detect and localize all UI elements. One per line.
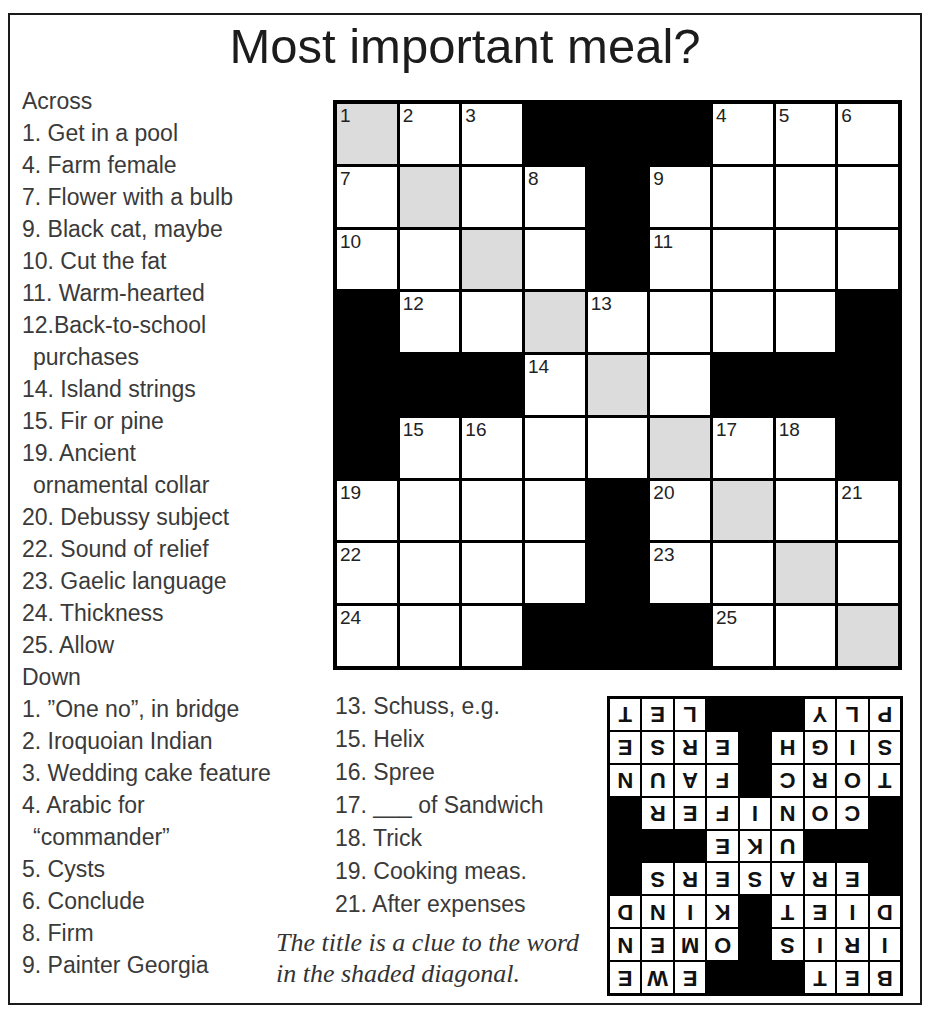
clue-number-15: 15 bbox=[403, 418, 424, 441]
across-clue-12: 12.Back-to-school bbox=[22, 309, 322, 341]
grid-cell-r8c1[interactable]: 22 bbox=[337, 543, 397, 603]
grid-cell-r6c7[interactable]: 17 bbox=[713, 418, 773, 478]
clue-number-8: 8 bbox=[528, 167, 539, 190]
solution-cell-r3c2: I bbox=[837, 896, 867, 927]
solution-cell-r4c7: R bbox=[675, 863, 705, 894]
clue-list-left: Across1. Get in a pool4. Farm female7. F… bbox=[22, 85, 322, 981]
solution-cell-r8c9: E bbox=[610, 732, 640, 763]
solution-cell-r5c6: E bbox=[707, 831, 737, 862]
down-clue-16: 16. Spree bbox=[335, 756, 585, 789]
grid-cell-r2c5 bbox=[588, 167, 648, 227]
grid-cell-r9c6 bbox=[650, 606, 710, 666]
solution-cell-r2c4: S bbox=[772, 929, 802, 960]
solution-cell-r4c6: E bbox=[707, 863, 737, 894]
solution-cell-r7c6: F bbox=[707, 765, 737, 796]
clue-number-6: 6 bbox=[841, 104, 852, 127]
solution-cell-r9c9: T bbox=[610, 699, 640, 730]
solution-cell-r2c2: R bbox=[837, 929, 867, 960]
grid-cell-r4c2[interactable]: 12 bbox=[400, 292, 460, 352]
grid-cell-r6c2[interactable]: 15 bbox=[400, 418, 460, 478]
solution-cell-r9c2: L bbox=[837, 699, 867, 730]
solution-cell-r1c3: T bbox=[805, 962, 835, 993]
grid-cell-r5c2 bbox=[400, 355, 460, 415]
down-clue-18: 18. Trick bbox=[335, 822, 585, 855]
solution-cell-r3c8: N bbox=[642, 896, 672, 927]
grid-cell-r3c8[interactable] bbox=[776, 230, 836, 290]
grid-cell-r3c3[interactable] bbox=[462, 230, 522, 290]
grid-cell-r3c7[interactable] bbox=[713, 230, 773, 290]
clue-number-23: 23 bbox=[653, 543, 674, 566]
solution-cell-r1c1: B bbox=[870, 962, 900, 993]
clue-number-18: 18 bbox=[779, 418, 800, 441]
grid-cell-r4c4[interactable] bbox=[525, 292, 585, 352]
grid-cell-r1c7[interactable]: 4 bbox=[713, 104, 773, 164]
grid-cell-r7c4[interactable] bbox=[525, 481, 585, 541]
grid-cell-r1c5 bbox=[588, 104, 648, 164]
down-clue-4: 4. Arabic for bbox=[22, 789, 322, 821]
across-clue-7: 7. Flower with a bulb bbox=[22, 181, 322, 213]
solution-cell-r5c1 bbox=[870, 831, 900, 862]
grid-cell-r4c1 bbox=[337, 292, 397, 352]
solution-cell-r2c8: E bbox=[642, 929, 672, 960]
down-clue-3: 3. Wedding cake feature bbox=[22, 757, 322, 789]
grid-cell-r1c3[interactable]: 3 bbox=[462, 104, 522, 164]
grid-cell-r2c1[interactable]: 7 bbox=[337, 167, 397, 227]
across-clue-1: 1. Get in a pool bbox=[22, 117, 322, 149]
solution-cell-r7c1: T bbox=[870, 765, 900, 796]
solution-cell-r6c6: F bbox=[707, 798, 737, 829]
solution-cell-r2c3: I bbox=[805, 929, 835, 960]
grid-cell-r4c5[interactable]: 13 bbox=[588, 292, 648, 352]
grid-cell-r4c3[interactable] bbox=[462, 292, 522, 352]
solution-cell-r5c8 bbox=[642, 831, 672, 862]
solution-cell-r6c8: R bbox=[642, 798, 672, 829]
clue-number-25: 25 bbox=[716, 606, 737, 629]
grid-cell-r8c6[interactable]: 23 bbox=[650, 543, 710, 603]
down-clue-17: 17. ___ of Sandwich bbox=[335, 789, 585, 822]
down-clue-19: 19. Cooking meas. bbox=[335, 855, 585, 888]
grid-cell-r5c7 bbox=[713, 355, 773, 415]
solution-cell-r6c2: C bbox=[837, 798, 867, 829]
clue-number-17: 17 bbox=[716, 418, 737, 441]
clue-number-22: 22 bbox=[340, 543, 361, 566]
clue-number-5: 5 bbox=[779, 104, 790, 127]
footnote-line-2: in the shaded diagonal. bbox=[276, 958, 579, 989]
grid-cell-r2c4[interactable]: 8 bbox=[525, 167, 585, 227]
solution-cell-r6c7: E bbox=[675, 798, 705, 829]
solution-cell-r6c1 bbox=[870, 798, 900, 829]
grid-cell-r9c2[interactable] bbox=[400, 606, 460, 666]
clue-number-19: 19 bbox=[340, 481, 361, 504]
across-clue-19: 19. Ancient bbox=[22, 437, 322, 469]
grid-cell-r7c7[interactable] bbox=[713, 481, 773, 541]
across-clue-22: 22. Sound of relief bbox=[22, 533, 322, 565]
solution-cell-r4c8: S bbox=[642, 863, 672, 894]
grid-cell-r9c5 bbox=[588, 606, 648, 666]
across-clue-24: 24. Thickness bbox=[22, 597, 322, 629]
solution-cell-r3c7: I bbox=[675, 896, 705, 927]
down-header: Down bbox=[22, 661, 322, 693]
solution-cell-r4c9 bbox=[610, 863, 640, 894]
grid-cell-r7c2[interactable] bbox=[400, 481, 460, 541]
clue-number-14: 14 bbox=[528, 355, 549, 378]
grid-cell-r2c7[interactable] bbox=[713, 167, 773, 227]
down-clue-4-cont: “commander” bbox=[22, 821, 322, 853]
solution-cell-r8c7: R bbox=[675, 732, 705, 763]
solution-cell-r3c1: D bbox=[870, 896, 900, 927]
grid-cell-r8c2[interactable] bbox=[400, 543, 460, 603]
grid-cell-r8c5 bbox=[588, 543, 648, 603]
grid-cell-r1c6 bbox=[650, 104, 710, 164]
solution-cell-r9c1: P bbox=[870, 699, 900, 730]
grid-cell-r3c6[interactable]: 11 bbox=[650, 230, 710, 290]
grid-cell-r3c9[interactable] bbox=[838, 230, 898, 290]
solution-cell-r6c3: O bbox=[805, 798, 835, 829]
grid-cell-r3c4[interactable] bbox=[525, 230, 585, 290]
solution-cell-r1c5 bbox=[740, 962, 770, 993]
solution-cell-r7c4: C bbox=[772, 765, 802, 796]
solution-grid: BETEWEIRISOMENDIETKINDERASERSUKECONIFERT… bbox=[607, 696, 903, 996]
grid-cell-r4c6[interactable] bbox=[650, 292, 710, 352]
solution-cell-r8c1: S bbox=[870, 732, 900, 763]
grid-cell-r3c1[interactable]: 10 bbox=[337, 230, 397, 290]
solution-cell-r9c8: E bbox=[642, 699, 672, 730]
solution-cell-r7c5 bbox=[740, 765, 770, 796]
solution-cell-r3c3: E bbox=[805, 896, 835, 927]
down-clue-15: 15. Helix bbox=[335, 723, 585, 756]
solution-cell-r6c4: N bbox=[772, 798, 802, 829]
solution-cell-r1c8: W bbox=[642, 962, 672, 993]
across-clue-25: 25. Allow bbox=[22, 629, 322, 661]
across-header: Across bbox=[22, 85, 322, 117]
grid-cell-r6c6[interactable] bbox=[650, 418, 710, 478]
solution-cell-r7c9: N bbox=[610, 765, 640, 796]
solution-cell-r9c4 bbox=[772, 699, 802, 730]
solution-cell-r1c9: E bbox=[610, 962, 640, 993]
grid-cell-r6c5[interactable] bbox=[588, 418, 648, 478]
solution-cell-r4c4: A bbox=[772, 863, 802, 894]
solution-cell-r7c8: U bbox=[642, 765, 672, 796]
clue-number-20: 20 bbox=[653, 481, 674, 504]
clue-list-middle: 13. Schuss, e.g.15. Helix16. Spree17. __… bbox=[335, 690, 585, 921]
grid-cell-r2c3[interactable] bbox=[462, 167, 522, 227]
clue-number-4: 4 bbox=[716, 104, 727, 127]
grid-cell-r8c7[interactable] bbox=[713, 543, 773, 603]
grid-cell-r8c9[interactable] bbox=[838, 543, 898, 603]
crossword-grid: 1234567891011121314151617181920212223242… bbox=[333, 100, 902, 670]
grid-cell-r2c9[interactable] bbox=[838, 167, 898, 227]
solution-cell-r8c6: E bbox=[707, 732, 737, 763]
solution-cell-r2c9: N bbox=[610, 929, 640, 960]
clue-number-13: 13 bbox=[591, 292, 612, 315]
grid-cell-r4c7[interactable] bbox=[713, 292, 773, 352]
clue-number-11: 11 bbox=[653, 230, 673, 253]
clue-number-7: 7 bbox=[340, 167, 351, 190]
solution-cell-r3c6: K bbox=[707, 896, 737, 927]
grid-cell-r2c6[interactable]: 9 bbox=[650, 167, 710, 227]
solution-cell-r3c4: T bbox=[772, 896, 802, 927]
grid-cell-r6c1 bbox=[337, 418, 397, 478]
grid-cell-r8c8[interactable] bbox=[776, 543, 836, 603]
solution-cell-r8c5 bbox=[740, 732, 770, 763]
grid-cell-r9c1[interactable]: 24 bbox=[337, 606, 397, 666]
across-clue-19-cont: ornamental collar bbox=[22, 469, 322, 501]
across-clue-10: 10. Cut the fat bbox=[22, 245, 322, 277]
solution-cell-r1c4 bbox=[772, 962, 802, 993]
across-clue-11: 11. Warm-hearted bbox=[22, 277, 322, 309]
solution-cell-r2c7: M bbox=[675, 929, 705, 960]
solution-cell-r1c6 bbox=[707, 962, 737, 993]
solution-cell-r5c7 bbox=[675, 831, 705, 862]
down-clue-5: 5. Cysts bbox=[22, 853, 322, 885]
across-clue-4: 4. Farm female bbox=[22, 149, 322, 181]
clue-number-2: 2 bbox=[403, 104, 414, 127]
solution-cell-r9c7: L bbox=[675, 699, 705, 730]
solution-cell-r9c5 bbox=[740, 699, 770, 730]
grid-cell-r1c1[interactable]: 1 bbox=[337, 104, 397, 164]
solution-cell-r3c9: D bbox=[610, 896, 640, 927]
grid-cell-r8c4[interactable] bbox=[525, 543, 585, 603]
clue-number-3: 3 bbox=[465, 104, 476, 127]
clue-number-9: 9 bbox=[653, 167, 664, 190]
grid-cell-r7c5 bbox=[588, 481, 648, 541]
grid-cell-r7c8[interactable] bbox=[776, 481, 836, 541]
grid-cell-r3c2[interactable] bbox=[400, 230, 460, 290]
solution-cell-r4c2: E bbox=[837, 863, 867, 894]
footnote-line-1: The title is a clue to the word bbox=[276, 927, 579, 958]
grid-cell-r9c9[interactable] bbox=[838, 606, 898, 666]
solution-cell-r4c3: R bbox=[805, 863, 835, 894]
clue-number-1: 1 bbox=[340, 104, 351, 127]
across-clue-23: 23. Gaelic language bbox=[22, 565, 322, 597]
down-clue-21: 21. After expenses bbox=[335, 888, 585, 921]
grid-cell-r5c9 bbox=[838, 355, 898, 415]
grid-cell-r5c8 bbox=[776, 355, 836, 415]
grid-cell-r6c9 bbox=[838, 418, 898, 478]
across-clue-15: 15. Fir or pine bbox=[22, 405, 322, 437]
solution-cell-r1c7: E bbox=[675, 962, 705, 993]
solution-cell-r8c2: I bbox=[837, 732, 867, 763]
grid-cell-r1c4 bbox=[525, 104, 585, 164]
solution-cell-r4c5: S bbox=[740, 863, 770, 894]
solution-cell-r7c3: R bbox=[805, 765, 835, 796]
clue-number-21: 21 bbox=[841, 481, 862, 504]
clue-number-10: 10 bbox=[340, 230, 361, 253]
grid-cell-r5c3 bbox=[462, 355, 522, 415]
solution-cell-r2c1: I bbox=[870, 929, 900, 960]
grid-cell-r7c9[interactable]: 21 bbox=[838, 481, 898, 541]
grid-cell-r1c9[interactable]: 6 bbox=[838, 104, 898, 164]
grid-cell-r6c4[interactable] bbox=[525, 418, 585, 478]
footnote: The title is a clue to the word in the s… bbox=[276, 927, 579, 989]
solution-cell-r9c3: Y bbox=[805, 699, 835, 730]
solution-cell-r4c1 bbox=[870, 863, 900, 894]
grid-cell-r8c3[interactable] bbox=[462, 543, 522, 603]
grid-cell-r3c5 bbox=[588, 230, 648, 290]
grid-cell-r5c1 bbox=[337, 355, 397, 415]
across-clue-9: 9. Black cat, maybe bbox=[22, 213, 322, 245]
grid-cell-r4c8[interactable] bbox=[776, 292, 836, 352]
solution-cell-r3c5 bbox=[740, 896, 770, 927]
solution-cell-r9c6 bbox=[707, 699, 737, 730]
solution-cell-r5c4: U bbox=[772, 831, 802, 862]
solution-cell-r2c6: O bbox=[707, 929, 737, 960]
solution-cell-r6c9 bbox=[610, 798, 640, 829]
grid-cell-r1c2[interactable]: 2 bbox=[400, 104, 460, 164]
grid-cell-r9c7[interactable]: 25 bbox=[713, 606, 773, 666]
grid-cell-r7c1[interactable]: 19 bbox=[337, 481, 397, 541]
grid-cell-r5c4[interactable]: 14 bbox=[525, 355, 585, 415]
puzzle-title: Most important meal? bbox=[8, 18, 922, 74]
solution-cell-r6c5: I bbox=[740, 798, 770, 829]
grid-cell-r5c6[interactable] bbox=[650, 355, 710, 415]
grid-cell-r9c3[interactable] bbox=[462, 606, 522, 666]
down-clue-6: 6. Conclude bbox=[22, 885, 322, 917]
solution-cell-r5c3 bbox=[805, 831, 835, 862]
solution-cell-r5c5: K bbox=[740, 831, 770, 862]
solution-cell-r7c7: A bbox=[675, 765, 705, 796]
clue-number-24: 24 bbox=[340, 606, 361, 629]
grid-cell-r6c3[interactable]: 16 bbox=[462, 418, 522, 478]
grid-cell-r9c4 bbox=[525, 606, 585, 666]
clue-number-12: 12 bbox=[403, 292, 424, 315]
solution-cell-r8c4: H bbox=[772, 732, 802, 763]
grid-cell-r2c2[interactable] bbox=[400, 167, 460, 227]
solution-cell-r5c9 bbox=[610, 831, 640, 862]
clue-number-16: 16 bbox=[465, 418, 486, 441]
grid-cell-r2c8[interactable] bbox=[776, 167, 836, 227]
grid-cell-r1c8[interactable]: 5 bbox=[776, 104, 836, 164]
solution-cell-r7c2: O bbox=[837, 765, 867, 796]
grid-cell-r7c3[interactable] bbox=[462, 481, 522, 541]
grid-cell-r5c5[interactable] bbox=[588, 355, 648, 415]
down-clue-1: 1. ”One no”, in bridge bbox=[22, 693, 322, 725]
solution-cell-r8c8: S bbox=[642, 732, 672, 763]
grid-cell-r9c8[interactable] bbox=[776, 606, 836, 666]
grid-cell-r7c6[interactable]: 20 bbox=[650, 481, 710, 541]
solution-cell-r8c3: G bbox=[805, 732, 835, 763]
across-clue-12-cont: purchases bbox=[22, 341, 322, 373]
across-clue-20: 20. Debussy subject bbox=[22, 501, 322, 533]
across-clue-14: 14. Island strings bbox=[22, 373, 322, 405]
solution-cell-r1c2: E bbox=[837, 962, 867, 993]
down-clue-2: 2. Iroquoian Indian bbox=[22, 725, 322, 757]
grid-cell-r6c8[interactable]: 18 bbox=[776, 418, 836, 478]
grid-cell-r4c9 bbox=[838, 292, 898, 352]
down-clue-13: 13. Schuss, e.g. bbox=[335, 690, 585, 723]
solution-cell-r2c5 bbox=[740, 929, 770, 960]
solution-cell-r5c2 bbox=[837, 831, 867, 862]
